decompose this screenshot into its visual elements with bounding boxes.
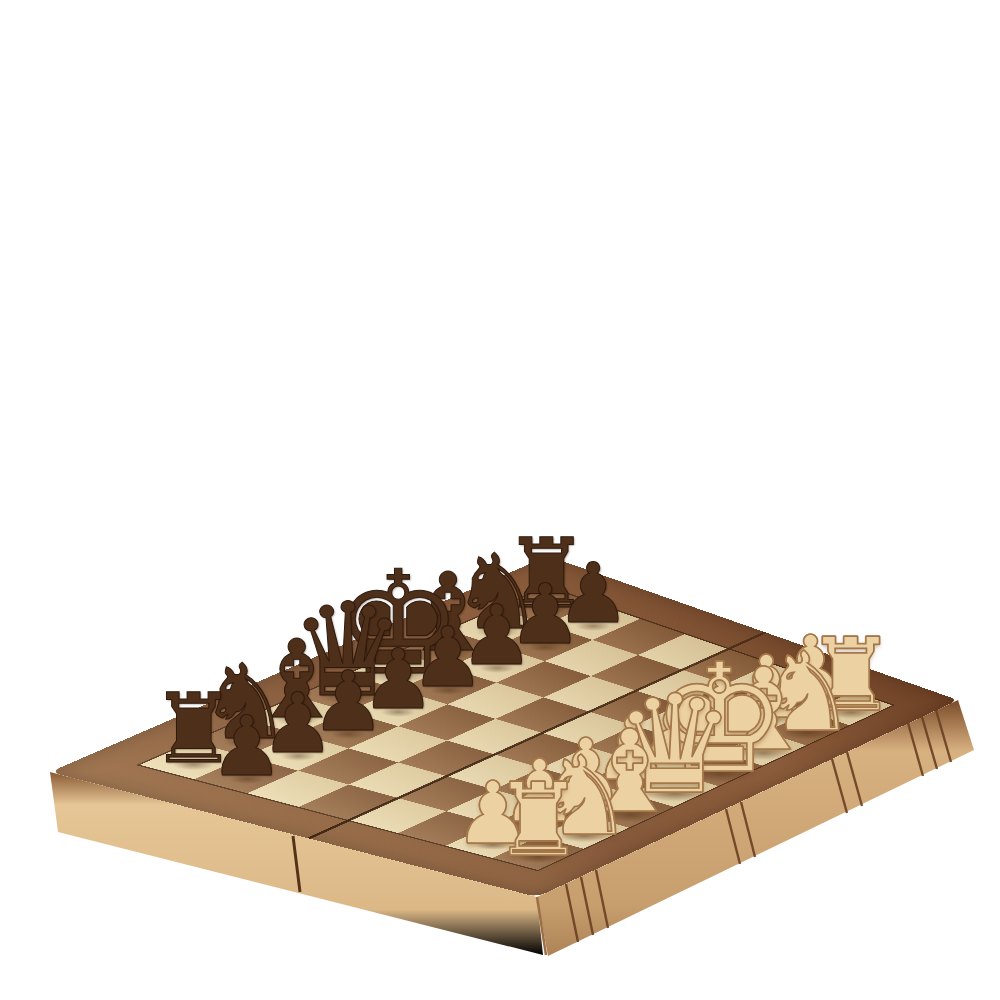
piece-dark-pawn-a7: ♟: [210, 706, 284, 789]
chess-set-photo: ♜♞♝♛♚♝♞♜♟♟♟♟♟♟♟♟♟♟♟♟♟♟♟♟♜♞♝♛♚♝♞♜: [0, 0, 1000, 1000]
piece-light-rook-a1: ♜: [493, 769, 584, 870]
